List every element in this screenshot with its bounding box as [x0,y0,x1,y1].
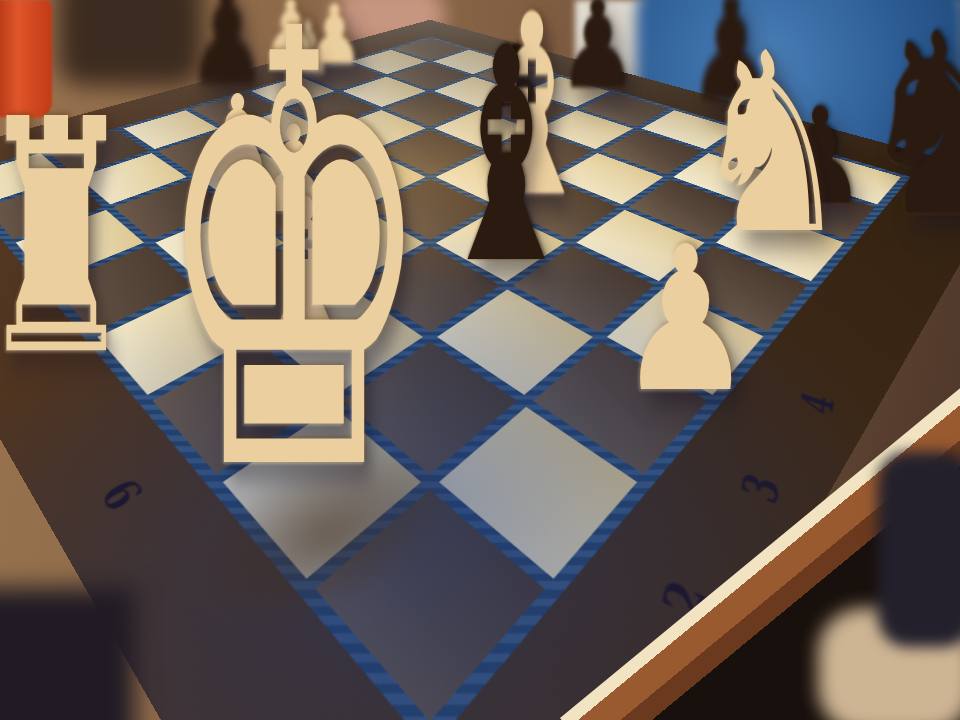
person-leg [878,452,960,647]
white-king: ♚ [154,0,434,555]
black-bishop: ♝ [432,10,580,305]
white-rook: ♜ [0,78,136,400]
white-pawn: ♟ [618,220,754,420]
chessboard-photo: { "game": "chess", "scene": "over-the-bo… [0,0,960,720]
floor-patch [818,608,960,720]
black-knight: ♞ [855,0,960,252]
